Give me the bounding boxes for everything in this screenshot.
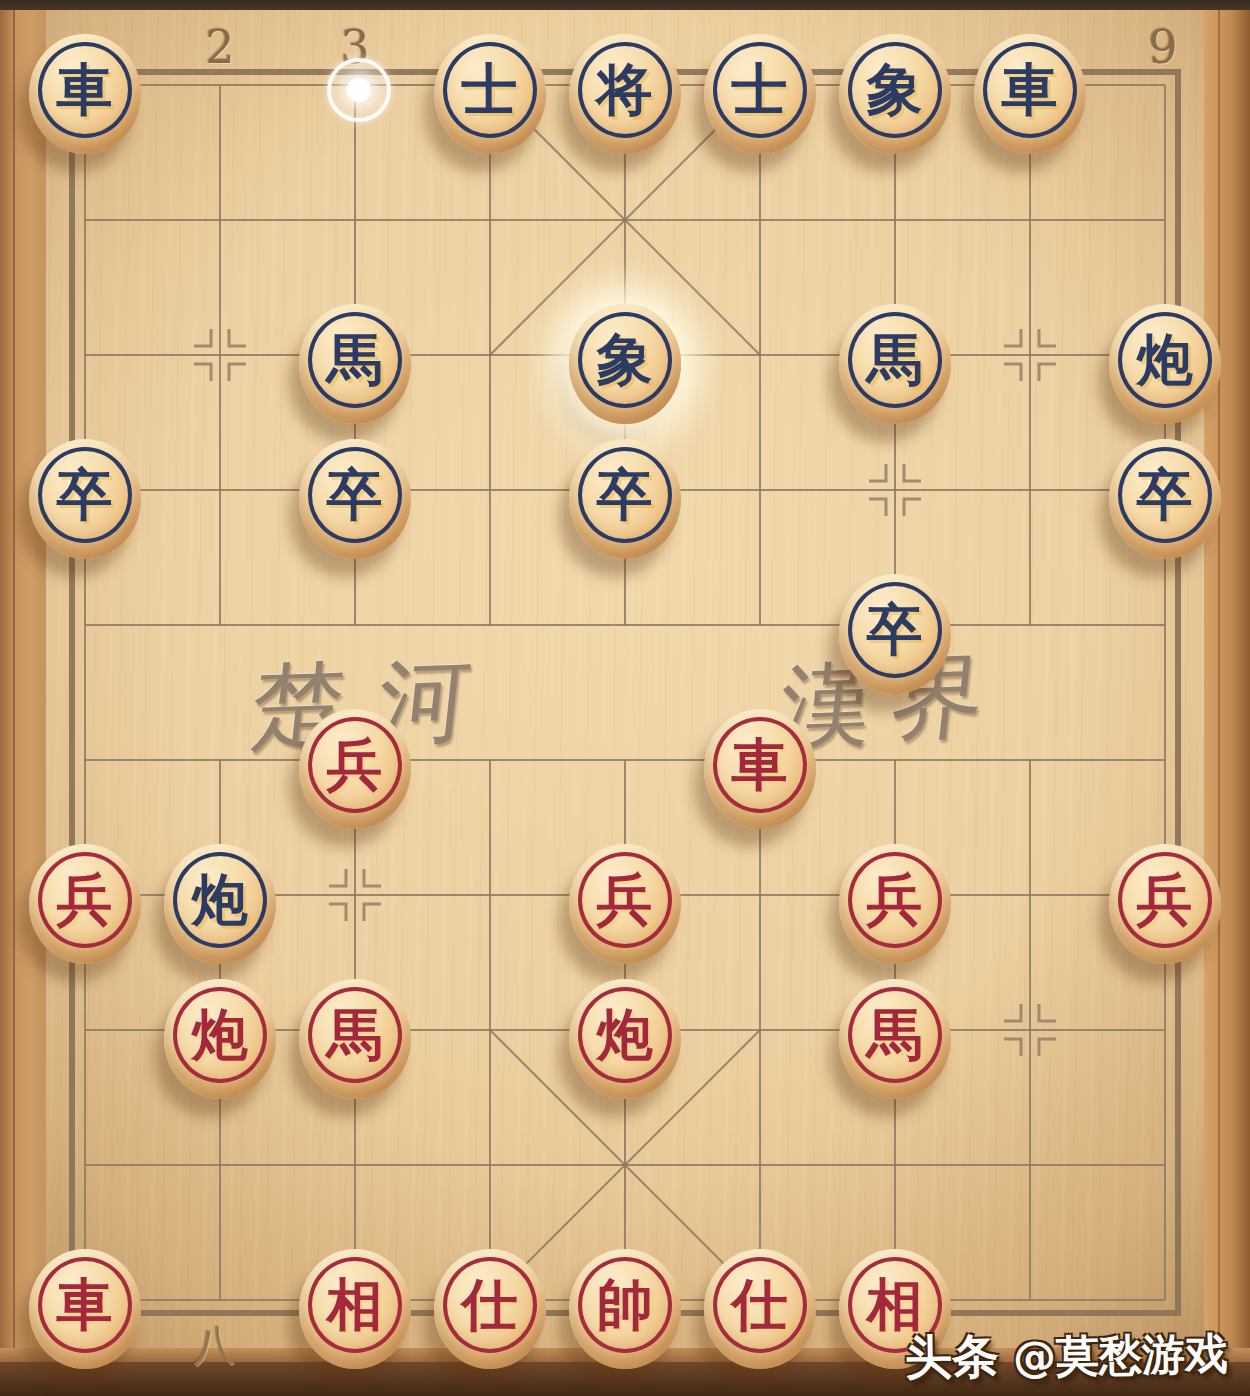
piece-black-horse[interactable]: 馬 (839, 304, 951, 424)
piece-red-cannon[interactable]: 炮 (569, 979, 681, 1099)
piece-red-horse[interactable]: 馬 (839, 979, 951, 1099)
piece-glyph: 車 (57, 1277, 113, 1333)
piece-glyph: 車 (57, 62, 113, 118)
piece-glyph: 炮 (192, 872, 248, 928)
piece-glyph: 車 (732, 737, 788, 793)
piece-glyph: 卒 (57, 467, 113, 523)
piece-glyph: 将 (597, 62, 653, 118)
xiangqi-game-screen: 2 3 9 八 楚 河 漢 界 車士将士象車馬象馬炮卒卒卒卒卒兵車兵炮兵兵兵炮馬… (0, 0, 1250, 1396)
piece-black-elephant[interactable]: 象 (569, 304, 681, 424)
piece-glyph: 馬 (327, 1007, 383, 1063)
piece-glyph: 卒 (1137, 467, 1193, 523)
piece-glyph: 仕 (732, 1277, 788, 1333)
piece-black-cannon[interactable]: 炮 (1109, 304, 1221, 424)
piece-glyph: 馬 (327, 332, 383, 388)
piece-black-soldier[interactable]: 卒 (29, 439, 141, 559)
piece-red-chariot[interactable]: 車 (704, 709, 816, 829)
piece-glyph: 車 (1002, 62, 1058, 118)
piece-glyph: 炮 (192, 1007, 248, 1063)
piece-glyph: 兵 (1137, 872, 1193, 928)
piece-black-general[interactable]: 将 (569, 34, 681, 154)
piece-glyph: 兵 (867, 872, 923, 928)
piece-glyph: 兵 (57, 872, 113, 928)
piece-black-soldier[interactable]: 卒 (839, 574, 951, 694)
piece-glyph: 兵 (597, 872, 653, 928)
piece-black-chariot[interactable]: 車 (974, 34, 1086, 154)
piece-glyph: 相 (867, 1277, 923, 1333)
piece-red-chariot[interactable]: 車 (29, 1249, 141, 1369)
piece-glyph: 馬 (867, 1007, 923, 1063)
piece-glyph: 炮 (1137, 332, 1193, 388)
piece-glyph: 卒 (867, 602, 923, 658)
piece-red-general[interactable]: 帥 (569, 1249, 681, 1369)
watermark: 头条 @莫愁游戏 (904, 1321, 1228, 1390)
piece-red-soldier[interactable]: 兵 (839, 844, 951, 964)
piece-glyph: 仕 (462, 1277, 518, 1333)
piece-glyph: 象 (867, 62, 923, 118)
piece-glyph: 馬 (867, 332, 923, 388)
piece-black-soldier[interactable]: 卒 (569, 439, 681, 559)
piece-glyph: 士 (462, 62, 518, 118)
piece-red-advisor[interactable]: 仕 (434, 1249, 546, 1369)
piece-glyph: 士 (732, 62, 788, 118)
piece-black-soldier[interactable]: 卒 (1109, 439, 1221, 559)
piece-red-advisor[interactable]: 仕 (704, 1249, 816, 1369)
piece-black-cannon[interactable]: 炮 (164, 844, 276, 964)
piece-red-soldier[interactable]: 兵 (569, 844, 681, 964)
piece-red-cannon[interactable]: 炮 (164, 979, 276, 1099)
piece-glyph: 兵 (327, 737, 383, 793)
last-move-origin-dot (347, 78, 371, 102)
piece-red-soldier[interactable]: 兵 (1109, 844, 1221, 964)
piece-glyph: 卒 (597, 467, 653, 523)
piece-black-advisor[interactable]: 士 (434, 34, 546, 154)
watermark-handle: @莫愁游戏 (1013, 1325, 1229, 1387)
piece-glyph: 象 (597, 332, 653, 388)
piece-black-chariot[interactable]: 車 (29, 34, 141, 154)
piece-black-elephant[interactable]: 象 (839, 34, 951, 154)
piece-red-elephant[interactable]: 相 (299, 1249, 411, 1369)
xiangqi-board: 車士将士象車馬象馬炮卒卒卒卒卒兵車兵炮兵兵兵炮馬炮馬車相仕帥仕相 (17, 17, 1232, 1367)
piece-glyph: 炮 (597, 1007, 653, 1063)
piece-glyph: 卒 (327, 467, 383, 523)
piece-black-soldier[interactable]: 卒 (299, 439, 411, 559)
piece-black-advisor[interactable]: 士 (704, 34, 816, 154)
watermark-brand: 头条 (904, 1325, 999, 1390)
piece-glyph: 帥 (597, 1277, 653, 1333)
piece-red-horse[interactable]: 馬 (299, 979, 411, 1099)
last-move-origin-marker (327, 58, 391, 122)
piece-glyph: 相 (327, 1277, 383, 1333)
piece-black-horse[interactable]: 馬 (299, 304, 411, 424)
piece-red-soldier[interactable]: 兵 (29, 844, 141, 964)
piece-red-soldier[interactable]: 兵 (299, 709, 411, 829)
